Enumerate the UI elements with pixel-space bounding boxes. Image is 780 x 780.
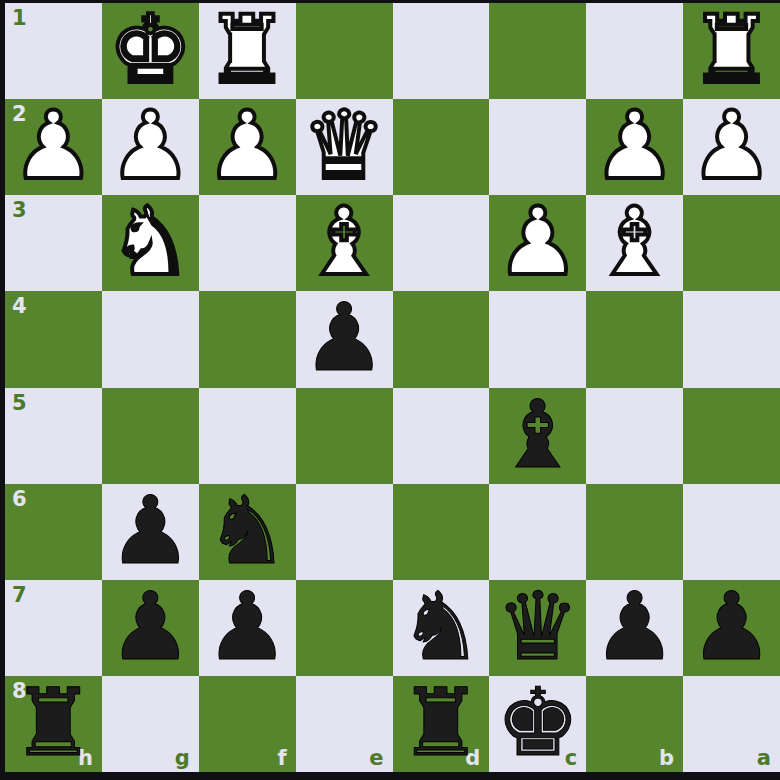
piece-white-pawn[interactable]: ♟ xyxy=(496,195,580,289)
square-g8[interactable]: g xyxy=(102,676,199,772)
file-label-b: b xyxy=(659,748,674,769)
square-b2[interactable]: ♟ xyxy=(586,99,683,195)
square-h4[interactable]: 4 xyxy=(5,291,102,387)
piece-white-pawn[interactable]: ♟ xyxy=(689,99,773,193)
square-c1[interactable] xyxy=(489,3,586,99)
square-g2[interactable]: ♟ xyxy=(102,99,199,195)
square-a2[interactable]: ♟ xyxy=(683,99,780,195)
piece-white-bishop[interactable]: ♝ xyxy=(593,195,677,289)
square-h8[interactable]: 8h♜ xyxy=(5,676,102,772)
rank-label-3: 3 xyxy=(12,200,27,221)
square-c5[interactable]: ♝ xyxy=(489,388,586,484)
rank-label-1: 1 xyxy=(12,8,27,29)
square-f7[interactable]: ♟ xyxy=(199,580,296,676)
square-f5[interactable] xyxy=(199,388,296,484)
piece-black-pawn[interactable]: ♟ xyxy=(302,291,386,385)
square-e2[interactable]: ♛ xyxy=(296,99,393,195)
piece-black-king[interactable]: ♚ xyxy=(496,676,580,770)
square-d4[interactable] xyxy=(393,291,490,387)
piece-white-pawn[interactable]: ♟ xyxy=(11,99,95,193)
square-f3[interactable] xyxy=(199,195,296,291)
piece-black-pawn[interactable]: ♟ xyxy=(108,484,192,578)
rank-label-4: 4 xyxy=(12,296,27,317)
square-e3[interactable]: ♝ xyxy=(296,195,393,291)
square-b3[interactable]: ♝ xyxy=(586,195,683,291)
square-c8[interactable]: c♚ xyxy=(489,676,586,772)
square-e1[interactable] xyxy=(296,3,393,99)
square-d1[interactable] xyxy=(393,3,490,99)
square-d2[interactable] xyxy=(393,99,490,195)
square-b8[interactable]: b xyxy=(586,676,683,772)
square-c4[interactable] xyxy=(489,291,586,387)
square-g3[interactable]: ♞ xyxy=(102,195,199,291)
file-label-a: a xyxy=(757,748,771,769)
square-b1[interactable] xyxy=(586,3,683,99)
square-f6[interactable]: ♞ xyxy=(199,484,296,580)
square-g1[interactable]: ♚ xyxy=(102,3,199,99)
piece-black-pawn[interactable]: ♟ xyxy=(593,580,677,674)
square-h6[interactable]: 6 xyxy=(5,484,102,580)
rank-label-7: 7 xyxy=(12,585,27,606)
piece-black-pawn[interactable]: ♟ xyxy=(205,580,289,674)
square-b6[interactable] xyxy=(586,484,683,580)
piece-black-rook[interactable]: ♜ xyxy=(11,676,95,770)
square-g6[interactable]: ♟ xyxy=(102,484,199,580)
square-h7[interactable]: 7 xyxy=(5,580,102,676)
square-d3[interactable] xyxy=(393,195,490,291)
square-g5[interactable] xyxy=(102,388,199,484)
square-a1[interactable]: ♜ xyxy=(683,3,780,99)
file-label-f: f xyxy=(277,748,286,769)
square-h1[interactable]: 1 xyxy=(5,3,102,99)
piece-black-knight[interactable]: ♞ xyxy=(205,484,289,578)
square-e6[interactable] xyxy=(296,484,393,580)
square-e4[interactable]: ♟ xyxy=(296,291,393,387)
square-c2[interactable] xyxy=(489,99,586,195)
square-a6[interactable] xyxy=(683,484,780,580)
rank-label-6: 6 xyxy=(12,489,27,510)
piece-white-king[interactable]: ♚ xyxy=(108,3,192,97)
piece-white-queen[interactable]: ♛ xyxy=(302,99,386,193)
square-e5[interactable] xyxy=(296,388,393,484)
piece-white-pawn[interactable]: ♟ xyxy=(108,99,192,193)
square-d7[interactable]: ♞ xyxy=(393,580,490,676)
board-grid: 1♚♜♜2♟♟♟♛♟♟3♞♝♟♝4♟5♝6♟♞7♟♟♞♛♟♟8h♜gfed♜c♚… xyxy=(5,3,780,772)
square-a7[interactable]: ♟ xyxy=(683,580,780,676)
square-e8[interactable]: e xyxy=(296,676,393,772)
square-a4[interactable] xyxy=(683,291,780,387)
square-d6[interactable] xyxy=(393,484,490,580)
square-d5[interactable] xyxy=(393,388,490,484)
file-label-g: g xyxy=(175,748,190,769)
square-g4[interactable] xyxy=(102,291,199,387)
square-b5[interactable] xyxy=(586,388,683,484)
piece-black-pawn[interactable]: ♟ xyxy=(689,580,773,674)
square-b4[interactable] xyxy=(586,291,683,387)
piece-white-knight[interactable]: ♞ xyxy=(108,195,192,289)
square-g7[interactable]: ♟ xyxy=(102,580,199,676)
piece-black-knight[interactable]: ♞ xyxy=(399,580,483,674)
square-e7[interactable] xyxy=(296,580,393,676)
piece-black-pawn[interactable]: ♟ xyxy=(108,580,192,674)
piece-black-queen[interactable]: ♛ xyxy=(496,580,580,674)
file-label-e: e xyxy=(369,748,383,769)
square-f4[interactable] xyxy=(199,291,296,387)
square-c3[interactable]: ♟ xyxy=(489,195,586,291)
piece-white-pawn[interactable]: ♟ xyxy=(593,99,677,193)
piece-white-rook[interactable]: ♜ xyxy=(689,3,773,97)
chess-board: 1♚♜♜2♟♟♟♛♟♟3♞♝♟♝4♟5♝6♟♞7♟♟♞♛♟♟8h♜gfed♜c♚… xyxy=(0,0,780,780)
square-f8[interactable]: f xyxy=(199,676,296,772)
piece-white-pawn[interactable]: ♟ xyxy=(205,99,289,193)
square-a8[interactable]: a xyxy=(683,676,780,772)
square-b7[interactable]: ♟ xyxy=(586,580,683,676)
piece-white-rook[interactable]: ♜ xyxy=(205,3,289,97)
piece-black-bishop[interactable]: ♝ xyxy=(496,388,580,482)
rank-label-5: 5 xyxy=(12,393,27,414)
piece-white-bishop[interactable]: ♝ xyxy=(302,195,386,289)
square-a5[interactable] xyxy=(683,388,780,484)
square-a3[interactable] xyxy=(683,195,780,291)
square-h3[interactable]: 3 xyxy=(5,195,102,291)
square-h2[interactable]: 2♟ xyxy=(5,99,102,195)
square-h5[interactable]: 5 xyxy=(5,388,102,484)
square-f2[interactable]: ♟ xyxy=(199,99,296,195)
square-d8[interactable]: d♜ xyxy=(393,676,490,772)
piece-black-rook[interactable]: ♜ xyxy=(399,676,483,770)
square-c7[interactable]: ♛ xyxy=(489,580,586,676)
square-c6[interactable] xyxy=(489,484,586,580)
square-f1[interactable]: ♜ xyxy=(199,3,296,99)
